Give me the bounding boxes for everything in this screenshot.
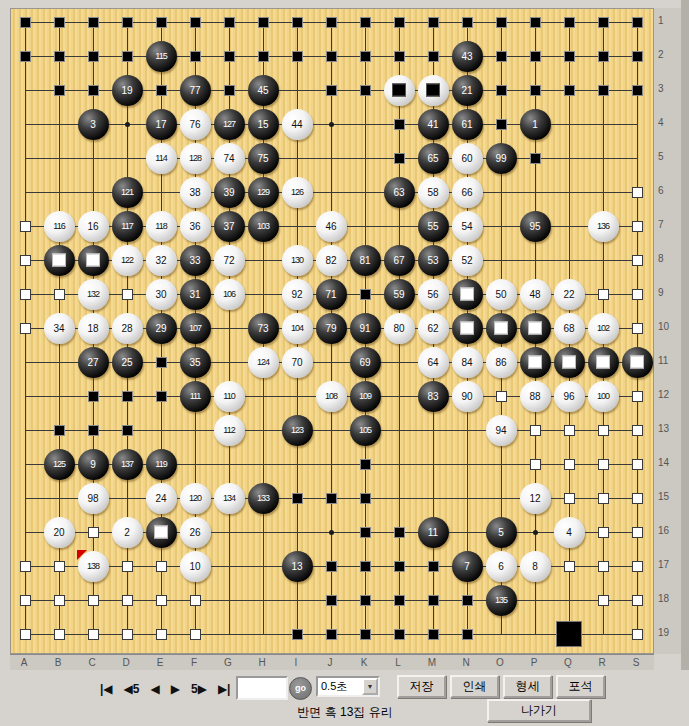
move-number: 69	[350, 347, 381, 378]
nav-forward5-button[interactable]: 5▶	[191, 682, 207, 696]
move-number: 43	[452, 41, 483, 72]
white-territory-marker	[156, 629, 167, 640]
column-label-S: S	[630, 657, 642, 668]
stone-B10: 34	[44, 313, 75, 344]
move-number: 35	[180, 347, 211, 378]
black-territory-marker	[190, 17, 201, 28]
stone-J9: 71	[316, 279, 347, 310]
black-territory-marker	[428, 17, 439, 28]
white-territory-marker	[122, 595, 133, 606]
move-number: 91	[350, 313, 381, 344]
move-number: 103	[248, 211, 279, 242]
move-number: 76	[180, 109, 211, 140]
move-number: 30	[146, 279, 177, 310]
move-number: 59	[384, 279, 415, 310]
move-number: 10	[180, 551, 211, 582]
stone-M12: 83	[418, 381, 449, 412]
move-number: 60	[452, 143, 483, 174]
star-point	[533, 530, 538, 535]
black-territory-marker	[598, 85, 609, 96]
black-territory-marker	[496, 51, 507, 62]
black-territory-marker	[292, 17, 303, 28]
nav-last-button[interactable]: ▶|	[218, 682, 231, 696]
move-number: 28	[112, 313, 143, 344]
stone-Q16: 4	[554, 517, 585, 548]
move-number: 8	[520, 551, 551, 582]
stone-N7: 54	[452, 211, 483, 242]
black-territory-marker	[564, 85, 575, 96]
dead-stone-marker	[494, 322, 508, 335]
move-number: 121	[112, 177, 143, 208]
move-number: 45	[248, 75, 279, 106]
row-label-16: 16	[658, 525, 669, 536]
row-label-6: 6	[658, 185, 664, 196]
move-number: 6	[486, 551, 517, 582]
move-number: 33	[180, 245, 211, 276]
white-territory-marker	[598, 595, 609, 606]
stone-F12: 111	[180, 381, 211, 412]
black-territory-marker	[360, 595, 371, 606]
black-territory-marker	[88, 425, 99, 436]
black-territory-marker	[88, 391, 99, 402]
dead-stone-marker	[460, 322, 474, 335]
move-number: 74	[214, 143, 245, 174]
stone-N8: 52	[452, 245, 483, 276]
move-number: 102	[588, 313, 619, 344]
interval-dropdown[interactable]: 0.5초 ▼	[316, 676, 380, 697]
stone-P15: 12	[520, 483, 551, 514]
white-territory-marker	[530, 425, 541, 436]
move-number: 19	[112, 75, 143, 106]
black-territory-marker	[156, 17, 167, 28]
estimate-button[interactable]: 형세	[503, 675, 552, 698]
black-territory-marker	[632, 85, 643, 96]
stone-P9: 48	[520, 279, 551, 310]
stone-M3: 40	[418, 75, 449, 106]
black-territory-marker	[564, 17, 575, 28]
move-number: 90	[452, 381, 483, 412]
white-territory-marker	[54, 595, 65, 606]
white-territory-marker	[190, 629, 201, 640]
black-territory-marker	[360, 561, 371, 572]
move-number: 9	[78, 449, 109, 480]
stone-C8: 113	[78, 245, 109, 276]
stone-O5: 99	[486, 143, 517, 174]
column-label-A: A	[18, 657, 30, 668]
move-number: 32	[146, 245, 177, 276]
row-label-14: 14	[658, 457, 669, 468]
row-label-15: 15	[658, 491, 669, 502]
black-territory-marker	[530, 153, 541, 164]
move-number: 16	[78, 211, 109, 242]
move-number: 123	[282, 415, 313, 446]
stone-L6: 63	[384, 177, 415, 208]
row-label-11: 11	[658, 355, 668, 366]
white-territory-marker	[632, 391, 643, 402]
row-label-13: 13	[658, 423, 669, 434]
dead-stone-marker	[596, 356, 610, 369]
move-number: 73	[248, 313, 279, 344]
black-territory-marker	[360, 289, 371, 300]
black-territory-marker	[258, 51, 269, 62]
move-number: 112	[214, 415, 245, 446]
stone-Q9: 22	[554, 279, 585, 310]
column-label-L: L	[392, 657, 404, 668]
stone-Q11: 89	[554, 347, 585, 378]
move-number: 66	[452, 177, 483, 208]
stone-N2: 43	[452, 41, 483, 72]
black-territory-marker	[54, 425, 65, 436]
black-territory-marker	[360, 85, 371, 96]
move-number: 72	[214, 245, 245, 276]
row-label-4: 4	[658, 117, 664, 128]
move-number: 34	[44, 313, 75, 344]
white-territory-marker	[564, 459, 575, 470]
stone-G12: 110	[214, 381, 245, 412]
stone-M11: 64	[418, 347, 449, 378]
black-territory-marker	[394, 595, 405, 606]
stone-I6: 126	[282, 177, 313, 208]
black-territory-marker	[360, 493, 371, 504]
column-label-Q: Q	[562, 657, 574, 668]
white-territory-marker	[598, 561, 609, 572]
column-label-O: O	[494, 657, 506, 668]
column-label-C: C	[86, 657, 98, 668]
goban-board[interactable]: 1234567891011121315161718192021222324252…	[10, 8, 654, 654]
stone-I13: 123	[282, 415, 313, 446]
white-territory-marker	[632, 289, 643, 300]
stone-O9: 50	[486, 279, 517, 310]
move-number: 41	[418, 109, 449, 140]
stone-F3: 77	[180, 75, 211, 106]
stone-C10: 18	[78, 313, 109, 344]
stone-F9: 31	[180, 279, 211, 310]
move-number: 92	[282, 279, 313, 310]
stone-N4: 61	[452, 109, 483, 140]
move-number: 21	[452, 75, 483, 106]
white-territory-marker	[632, 595, 643, 606]
move-number: 106	[214, 279, 245, 310]
move-number: 18	[78, 313, 109, 344]
white-territory-marker	[122, 561, 133, 572]
star-point	[125, 122, 130, 127]
save-button[interactable]: 저장	[397, 675, 446, 698]
move-number: 36	[180, 211, 211, 242]
stone-B8: 131	[44, 245, 75, 276]
move-number: 129	[248, 177, 279, 208]
black-territory-marker	[496, 119, 507, 130]
stone-S11: 101	[622, 347, 653, 378]
chevron-down-icon[interactable]: ▼	[362, 678, 378, 695]
white-territory-marker	[632, 221, 643, 232]
white-territory-marker	[598, 425, 609, 436]
stone-M4: 41	[418, 109, 449, 140]
stone-E14: 119	[146, 449, 177, 480]
score-status-text: 반면 흑 13집 유리	[250, 704, 440, 721]
move-number: 65	[418, 143, 449, 174]
dead-stone-marker	[528, 356, 542, 369]
white-territory-marker	[20, 255, 31, 266]
stone-C14: 9	[78, 449, 109, 480]
move-number: 71	[316, 279, 347, 310]
white-territory-marker	[564, 493, 575, 504]
black-territory-marker	[224, 51, 235, 62]
move-number: 53	[418, 245, 449, 276]
black-territory-marker	[530, 85, 541, 96]
stone-H10: 73	[248, 313, 279, 344]
white-territory-marker	[530, 459, 541, 470]
big-black-territory-marker	[556, 621, 582, 647]
stone-F15: 120	[180, 483, 211, 514]
stone-P12: 88	[520, 381, 551, 412]
column-label-R: R	[596, 657, 608, 668]
black-territory-marker	[360, 17, 371, 28]
stone-E7: 118	[146, 211, 177, 242]
stone-N12: 90	[452, 381, 483, 412]
stone-R10: 102	[588, 313, 619, 344]
row-label-9: 9	[658, 287, 664, 298]
stone-C15: 98	[78, 483, 109, 514]
move-number: 126	[282, 177, 313, 208]
black-territory-marker	[564, 51, 575, 62]
move-number: 119	[146, 449, 177, 480]
grid-line-horizontal	[25, 158, 638, 159]
black-territory-marker	[360, 629, 371, 640]
black-territory-marker	[122, 391, 133, 402]
move-number: 3	[78, 109, 109, 140]
move-number: 116	[44, 211, 75, 242]
stone-M6: 58	[418, 177, 449, 208]
star-point	[329, 530, 334, 535]
stone-D7: 117	[112, 211, 143, 242]
stone-C11: 27	[78, 347, 109, 378]
move-number: 15	[248, 109, 279, 140]
stone-L9: 59	[384, 279, 415, 310]
stone-D16: 2	[112, 517, 143, 548]
stone-D3: 19	[112, 75, 143, 106]
stone-F17: 10	[180, 551, 211, 582]
move-number: 62	[418, 313, 449, 344]
stone-O11: 86	[486, 347, 517, 378]
move-number: 75	[248, 143, 279, 174]
white-territory-marker	[122, 629, 133, 640]
stone-P10: 47	[520, 313, 551, 344]
stone-R12: 100	[588, 381, 619, 412]
black-territory-marker	[326, 51, 337, 62]
stone-P7: 95	[520, 211, 551, 242]
move-number: 117	[112, 211, 143, 242]
dead-stone-marker	[460, 288, 474, 301]
black-territory-marker	[190, 51, 201, 62]
move-number: 83	[418, 381, 449, 412]
stone-L10: 80	[384, 313, 415, 344]
stone-K13: 105	[350, 415, 381, 446]
move-number: 79	[316, 313, 347, 344]
row-label-10: 10	[658, 321, 669, 332]
stone-C9: 132	[78, 279, 109, 310]
move-number: 122	[112, 245, 143, 276]
stone-M16: 11	[418, 517, 449, 548]
black-territory-marker	[20, 17, 31, 28]
move-number: 68	[554, 313, 585, 344]
stone-D11: 25	[112, 347, 143, 378]
move-number: 55	[418, 211, 449, 242]
black-territory-marker	[394, 119, 405, 130]
black-territory-marker	[292, 51, 303, 62]
stone-F16: 26	[180, 517, 211, 548]
move-number: 4	[554, 517, 585, 548]
white-territory-marker	[564, 561, 575, 572]
move-number: 25	[112, 347, 143, 378]
move-number: 96	[554, 381, 585, 412]
move-number-input[interactable]	[236, 676, 288, 700]
move-number: 13	[282, 551, 313, 582]
black-territory-marker	[122, 17, 133, 28]
white-territory-marker	[598, 527, 609, 538]
column-label-G: G	[222, 657, 234, 668]
move-number: 48	[520, 279, 551, 310]
white-territory-marker	[54, 561, 65, 572]
stone-R7: 136	[588, 211, 619, 242]
move-number: 130	[282, 245, 313, 276]
nav-forward-button[interactable]: ▶	[171, 682, 180, 696]
stone-L8: 67	[384, 245, 415, 276]
nav-first-button[interactable]: |◀	[100, 682, 113, 696]
move-number: 107	[180, 313, 211, 344]
move-number: 134	[214, 483, 245, 514]
white-territory-marker	[598, 459, 609, 470]
stone-I8: 130	[282, 245, 313, 276]
black-territory-marker	[496, 17, 507, 28]
stone-F8: 33	[180, 245, 211, 276]
black-territory-marker	[54, 51, 65, 62]
move-number: 50	[486, 279, 517, 310]
stone-D8: 122	[112, 245, 143, 276]
dead-stone-marker	[52, 254, 66, 267]
move-number: 11	[418, 517, 449, 548]
move-number: 27	[78, 347, 109, 378]
black-territory-marker	[598, 51, 609, 62]
stone-I9: 92	[282, 279, 313, 310]
stone-F5: 128	[180, 143, 211, 174]
move-number: 124	[248, 347, 279, 378]
column-label-H: H	[256, 657, 268, 668]
move-number: 84	[452, 347, 483, 378]
stone-B16: 20	[44, 517, 75, 548]
stone-D10: 28	[112, 313, 143, 344]
black-territory-marker	[462, 629, 473, 640]
stone-D14: 137	[112, 449, 143, 480]
white-territory-marker	[54, 629, 65, 640]
print-button[interactable]: 인쇄	[450, 675, 499, 698]
column-label-K: K	[358, 657, 370, 668]
white-territory-marker	[632, 527, 643, 538]
row-label-17: 17	[658, 559, 669, 570]
dead-stone-marker	[630, 356, 644, 369]
move-number: 46	[316, 211, 347, 242]
move-number: 105	[350, 415, 381, 446]
move-number: 128	[180, 143, 211, 174]
stone-N6: 66	[452, 177, 483, 208]
stone-J7: 46	[316, 211, 347, 242]
black-territory-marker	[156, 85, 167, 96]
row-label-5: 5	[658, 151, 664, 162]
stone-M10: 62	[418, 313, 449, 344]
move-number: 38	[180, 177, 211, 208]
move-number: 5	[486, 517, 517, 548]
move-number: 67	[384, 245, 415, 276]
nav-back-button[interactable]: ◀	[151, 682, 160, 696]
stone-F6: 38	[180, 177, 211, 208]
nav-back5-button[interactable]: ◀5	[124, 682, 140, 696]
move-number: 118	[146, 211, 177, 242]
move-number: 56	[418, 279, 449, 310]
black-territory-marker	[292, 493, 303, 504]
move-number: 111	[180, 381, 211, 412]
stone-I17: 13	[282, 551, 313, 582]
white-territory-marker	[20, 595, 31, 606]
stone-Q12: 96	[554, 381, 585, 412]
stone-J12: 108	[316, 381, 347, 412]
stone-B7: 116	[44, 211, 75, 242]
dead-stone-marker	[154, 526, 168, 539]
move-number: 20	[44, 517, 75, 548]
stone-R11: 93	[588, 347, 619, 378]
exit-button[interactable]: 나가기	[487, 699, 591, 722]
black-territory-marker	[598, 17, 609, 28]
column-label-F: F	[188, 657, 200, 668]
black-territory-marker	[394, 17, 405, 28]
stone-G13: 112	[214, 415, 245, 446]
black-territory-marker	[258, 17, 269, 28]
black-territory-marker	[326, 629, 337, 640]
white-territory-marker	[20, 221, 31, 232]
white-territory-marker	[598, 289, 609, 300]
stone-K10: 91	[350, 313, 381, 344]
stone-H5: 75	[248, 143, 279, 174]
column-label-I: I	[290, 657, 302, 668]
stone-I11: 70	[282, 347, 313, 378]
stone-N10: 57	[452, 313, 483, 344]
stone-N11: 84	[452, 347, 483, 378]
dead-stone-marker	[562, 356, 576, 369]
dead-stone-marker	[528, 322, 542, 335]
black-territory-marker	[428, 51, 439, 62]
stone-H3: 45	[248, 75, 279, 106]
go-button[interactable]: go	[289, 677, 312, 700]
fuseki-button[interactable]: 포석	[556, 675, 605, 698]
stone-H11: 124	[248, 347, 279, 378]
stone-H6: 129	[248, 177, 279, 208]
interval-value: 0.5초	[321, 679, 347, 694]
stone-C7: 16	[78, 211, 109, 242]
stone-P11: 87	[520, 347, 551, 378]
move-number: 127	[214, 109, 245, 140]
move-number: 88	[520, 381, 551, 412]
move-number: 133	[248, 483, 279, 514]
move-number: 26	[180, 517, 211, 548]
black-territory-marker	[326, 493, 337, 504]
stone-G6: 39	[214, 177, 245, 208]
move-number: 99	[486, 143, 517, 174]
move-number: 39	[214, 177, 245, 208]
black-territory-marker	[394, 153, 405, 164]
column-label-P: P	[528, 657, 540, 668]
black-territory-marker	[360, 51, 371, 62]
replay-navigation: |◀◀5◀▶5▶▶|	[100, 682, 230, 696]
black-territory-marker	[428, 595, 439, 606]
stone-O13: 94	[486, 415, 517, 446]
